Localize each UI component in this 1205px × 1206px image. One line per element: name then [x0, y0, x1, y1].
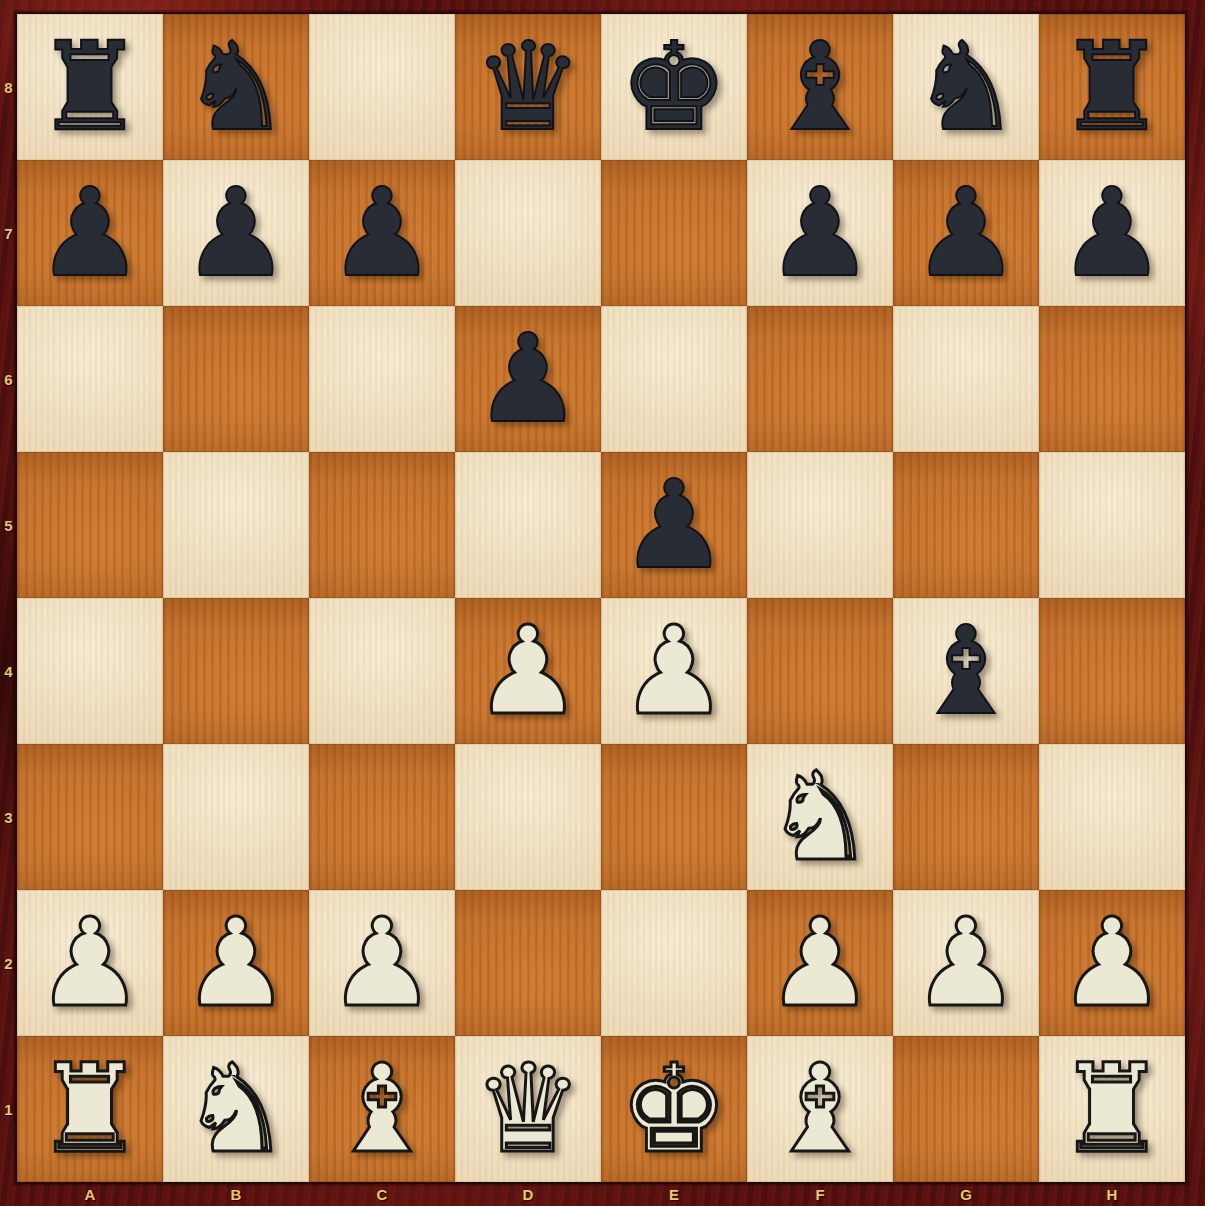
- square-a7[interactable]: ♟: [17, 160, 163, 306]
- black-pawn-b7[interactable]: ♟: [181, 172, 290, 294]
- white-rook-a1[interactable]: ♜: [35, 1048, 144, 1170]
- square-b1[interactable]: ♞: [163, 1036, 309, 1182]
- white-bishop-c1[interactable]: ♝: [327, 1048, 436, 1170]
- square-d5[interactable]: [455, 452, 601, 598]
- square-e2[interactable]: [601, 890, 747, 1036]
- black-rook-a8[interactable]: ♜: [35, 26, 144, 148]
- square-c4[interactable]: [309, 598, 455, 744]
- file-label-a: A: [17, 1182, 163, 1206]
- square-g2[interactable]: ♟: [893, 890, 1039, 1036]
- square-f8[interactable]: ♝: [747, 14, 893, 160]
- square-h3[interactable]: [1039, 744, 1185, 890]
- square-d3[interactable]: [455, 744, 601, 890]
- black-pawn-g7[interactable]: ♟: [911, 172, 1020, 294]
- white-pawn-g2[interactable]: ♟: [911, 902, 1020, 1024]
- square-g1[interactable]: [893, 1036, 1039, 1182]
- black-pawn-c7[interactable]: ♟: [327, 172, 436, 294]
- file-label-b: B: [163, 1182, 309, 1206]
- white-king-e1[interactable]: ♚: [619, 1048, 728, 1170]
- rank-label-3: 3: [0, 744, 17, 890]
- white-pawn-f2[interactable]: ♟: [765, 902, 874, 1024]
- square-e3[interactable]: [601, 744, 747, 890]
- square-b5[interactable]: [163, 452, 309, 598]
- white-pawn-e4[interactable]: ♟: [619, 610, 728, 732]
- square-g4[interactable]: ♝: [893, 598, 1039, 744]
- square-e8[interactable]: ♚: [601, 14, 747, 160]
- black-pawn-a7[interactable]: ♟: [35, 172, 144, 294]
- file-label-e: E: [601, 1182, 747, 1206]
- square-h7[interactable]: ♟: [1039, 160, 1185, 306]
- square-d1[interactable]: ♛: [455, 1036, 601, 1182]
- square-f7[interactable]: ♟: [747, 160, 893, 306]
- rank-label-1: 1: [0, 1036, 17, 1182]
- file-label-h: H: [1039, 1182, 1185, 1206]
- square-c8[interactable]: [309, 14, 455, 160]
- square-a8[interactable]: ♜: [17, 14, 163, 160]
- square-a1[interactable]: ♜: [17, 1036, 163, 1182]
- square-a3[interactable]: [17, 744, 163, 890]
- rank-label-7: 7: [0, 160, 17, 306]
- square-h5[interactable]: [1039, 452, 1185, 598]
- black-bishop-g4[interactable]: ♝: [911, 610, 1020, 732]
- file-label-d: D: [455, 1182, 601, 1206]
- square-a4[interactable]: [17, 598, 163, 744]
- square-h6[interactable]: [1039, 306, 1185, 452]
- white-bishop-f1[interactable]: ♝: [765, 1048, 874, 1170]
- square-b6[interactable]: [163, 306, 309, 452]
- square-e1[interactable]: ♚: [601, 1036, 747, 1182]
- square-a2[interactable]: ♟: [17, 890, 163, 1036]
- white-pawn-h2[interactable]: ♟: [1057, 902, 1166, 1024]
- square-e4[interactable]: ♟: [601, 598, 747, 744]
- square-f2[interactable]: ♟: [747, 890, 893, 1036]
- square-g6[interactable]: [893, 306, 1039, 452]
- square-d6[interactable]: ♟: [455, 306, 601, 452]
- square-f5[interactable]: [747, 452, 893, 598]
- square-b7[interactable]: ♟: [163, 160, 309, 306]
- square-b3[interactable]: [163, 744, 309, 890]
- chess-board: ♜♞♛♚♝♞♜♟♟♟♟♟♟♟♟♟♟♝♞♟♟♟♟♟♟♜♞♝♛♚♝♜: [17, 14, 1185, 1182]
- black-knight-g8[interactable]: ♞: [911, 26, 1020, 148]
- square-h4[interactable]: [1039, 598, 1185, 744]
- black-queen-d8[interactable]: ♛: [473, 26, 582, 148]
- square-d4[interactable]: ♟: [455, 598, 601, 744]
- white-pawn-c2[interactable]: ♟: [327, 902, 436, 1024]
- square-h8[interactable]: ♜: [1039, 14, 1185, 160]
- white-pawn-d4[interactable]: ♟: [473, 610, 582, 732]
- board-frame: ♜♞♛♚♝♞♜♟♟♟♟♟♟♟♟♟♟♝♞♟♟♟♟♟♟♜♞♝♛♚♝♜ 8765432…: [0, 0, 1205, 1206]
- square-c1[interactable]: ♝: [309, 1036, 455, 1182]
- square-f1[interactable]: ♝: [747, 1036, 893, 1182]
- file-label-g: G: [893, 1182, 1039, 1206]
- square-f3[interactable]: ♞: [747, 744, 893, 890]
- square-c5[interactable]: [309, 452, 455, 598]
- square-f6[interactable]: [747, 306, 893, 452]
- square-a5[interactable]: [17, 452, 163, 598]
- square-h2[interactable]: ♟: [1039, 890, 1185, 1036]
- black-pawn-d6[interactable]: ♟: [473, 318, 582, 440]
- black-knight-b8[interactable]: ♞: [181, 26, 290, 148]
- square-d7[interactable]: [455, 160, 601, 306]
- white-pawn-a2[interactable]: ♟: [35, 902, 144, 1024]
- square-h1[interactable]: ♜: [1039, 1036, 1185, 1182]
- white-knight-f3[interactable]: ♞: [765, 756, 874, 878]
- rank-label-4: 4: [0, 598, 17, 744]
- black-bishop-f8[interactable]: ♝: [765, 26, 874, 148]
- black-rook-h8[interactable]: ♜: [1057, 26, 1166, 148]
- square-g7[interactable]: ♟: [893, 160, 1039, 306]
- square-c6[interactable]: [309, 306, 455, 452]
- rank-label-5: 5: [0, 452, 17, 598]
- square-e5[interactable]: ♟: [601, 452, 747, 598]
- square-c2[interactable]: ♟: [309, 890, 455, 1036]
- square-c7[interactable]: ♟: [309, 160, 455, 306]
- file-label-f: F: [747, 1182, 893, 1206]
- black-king-e8[interactable]: ♚: [619, 26, 728, 148]
- square-c3[interactable]: [309, 744, 455, 890]
- square-g3[interactable]: [893, 744, 1039, 890]
- file-label-c: C: [309, 1182, 455, 1206]
- black-pawn-f7[interactable]: ♟: [765, 172, 874, 294]
- square-g8[interactable]: ♞: [893, 14, 1039, 160]
- square-b8[interactable]: ♞: [163, 14, 309, 160]
- square-g5[interactable]: [893, 452, 1039, 598]
- square-f4[interactable]: [747, 598, 893, 744]
- rank-label-6: 6: [0, 306, 17, 452]
- square-e6[interactable]: [601, 306, 747, 452]
- rank-label-8: 8: [0, 14, 17, 160]
- white-knight-b1[interactable]: ♞: [181, 1048, 290, 1170]
- square-b2[interactable]: ♟: [163, 890, 309, 1036]
- rank-label-2: 2: [0, 890, 17, 1036]
- black-pawn-e5[interactable]: ♟: [619, 464, 728, 586]
- square-d8[interactable]: ♛: [455, 14, 601, 160]
- white-queen-d1[interactable]: ♛: [473, 1048, 582, 1170]
- square-e7[interactable]: [601, 160, 747, 306]
- square-b4[interactable]: [163, 598, 309, 744]
- square-d2[interactable]: [455, 890, 601, 1036]
- white-pawn-b2[interactable]: ♟: [181, 902, 290, 1024]
- white-rook-h1[interactable]: ♜: [1057, 1048, 1166, 1170]
- square-a6[interactable]: [17, 306, 163, 452]
- black-pawn-h7[interactable]: ♟: [1057, 172, 1166, 294]
